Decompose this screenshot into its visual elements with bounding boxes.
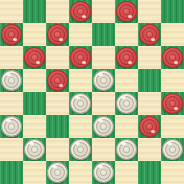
square-a3[interactable] [0, 115, 23, 138]
white-checker[interactable] [116, 139, 137, 160]
red-checker[interactable] [1, 24, 22, 45]
square-e8 [92, 0, 115, 23]
square-h3 [161, 115, 184, 138]
square-f6[interactable] [115, 46, 138, 69]
square-c8 [46, 0, 69, 23]
square-b7 [23, 23, 46, 46]
square-a7[interactable] [0, 23, 23, 46]
white-checker[interactable] [93, 70, 114, 91]
white-checker[interactable] [1, 116, 22, 137]
square-b2[interactable] [23, 138, 46, 161]
square-g5[interactable] [138, 69, 161, 92]
square-c5[interactable] [46, 69, 69, 92]
square-d4[interactable] [69, 92, 92, 115]
square-g7[interactable] [138, 23, 161, 46]
square-e1[interactable] [92, 161, 115, 184]
square-f8[interactable] [115, 0, 138, 23]
red-checker[interactable] [162, 47, 183, 68]
square-e5[interactable] [92, 69, 115, 92]
square-g8 [138, 0, 161, 23]
square-a8 [0, 0, 23, 23]
square-f4[interactable] [115, 92, 138, 115]
square-c7[interactable] [46, 23, 69, 46]
square-f5 [115, 69, 138, 92]
red-checker[interactable] [116, 1, 137, 22]
square-f7 [115, 23, 138, 46]
square-b8[interactable] [23, 0, 46, 23]
white-checker[interactable] [116, 93, 137, 114]
red-checker[interactable] [70, 1, 91, 22]
square-g2 [138, 138, 161, 161]
square-e6 [92, 46, 115, 69]
square-a4 [0, 92, 23, 115]
red-checker[interactable] [70, 47, 91, 68]
square-a6 [0, 46, 23, 69]
square-d6[interactable] [69, 46, 92, 69]
white-checker[interactable] [93, 116, 114, 137]
square-d3 [69, 115, 92, 138]
square-h8[interactable] [161, 0, 184, 23]
square-a2 [0, 138, 23, 161]
square-e2 [92, 138, 115, 161]
white-checker[interactable] [1, 70, 22, 91]
white-checker[interactable] [24, 139, 45, 160]
red-checker[interactable] [116, 47, 137, 68]
square-d1 [69, 161, 92, 184]
square-a5[interactable] [0, 69, 23, 92]
red-checker[interactable] [47, 24, 68, 45]
square-g3[interactable] [138, 115, 161, 138]
square-b1 [23, 161, 46, 184]
square-d8[interactable] [69, 0, 92, 23]
square-d2[interactable] [69, 138, 92, 161]
square-b5 [23, 69, 46, 92]
square-c1[interactable] [46, 161, 69, 184]
square-b3 [23, 115, 46, 138]
square-h7 [161, 23, 184, 46]
square-c6 [46, 46, 69, 69]
square-g1[interactable] [138, 161, 161, 184]
square-g6 [138, 46, 161, 69]
red-checker[interactable] [162, 93, 183, 114]
square-d5 [69, 69, 92, 92]
red-checker[interactable] [139, 116, 160, 137]
square-d7 [69, 23, 92, 46]
square-c2 [46, 138, 69, 161]
square-b6[interactable] [23, 46, 46, 69]
square-e7[interactable] [92, 23, 115, 46]
square-c4 [46, 92, 69, 115]
square-h5 [161, 69, 184, 92]
square-h1 [161, 161, 184, 184]
white-checker[interactable] [93, 162, 114, 183]
red-checker[interactable] [47, 70, 68, 91]
square-g4 [138, 92, 161, 115]
square-h4[interactable] [161, 92, 184, 115]
square-a1[interactable] [0, 161, 23, 184]
square-f1 [115, 161, 138, 184]
white-checker[interactable] [162, 139, 183, 160]
square-f3 [115, 115, 138, 138]
red-checker[interactable] [139, 24, 160, 45]
white-checker[interactable] [47, 162, 68, 183]
square-f2[interactable] [115, 138, 138, 161]
red-checker[interactable] [24, 47, 45, 68]
square-h2[interactable] [161, 138, 184, 161]
square-h6[interactable] [161, 46, 184, 69]
white-checker[interactable] [70, 139, 91, 160]
square-e3[interactable] [92, 115, 115, 138]
square-c3[interactable] [46, 115, 69, 138]
white-checker[interactable] [70, 93, 91, 114]
square-e4 [92, 92, 115, 115]
checkers-board [0, 0, 184, 184]
square-b4[interactable] [23, 92, 46, 115]
